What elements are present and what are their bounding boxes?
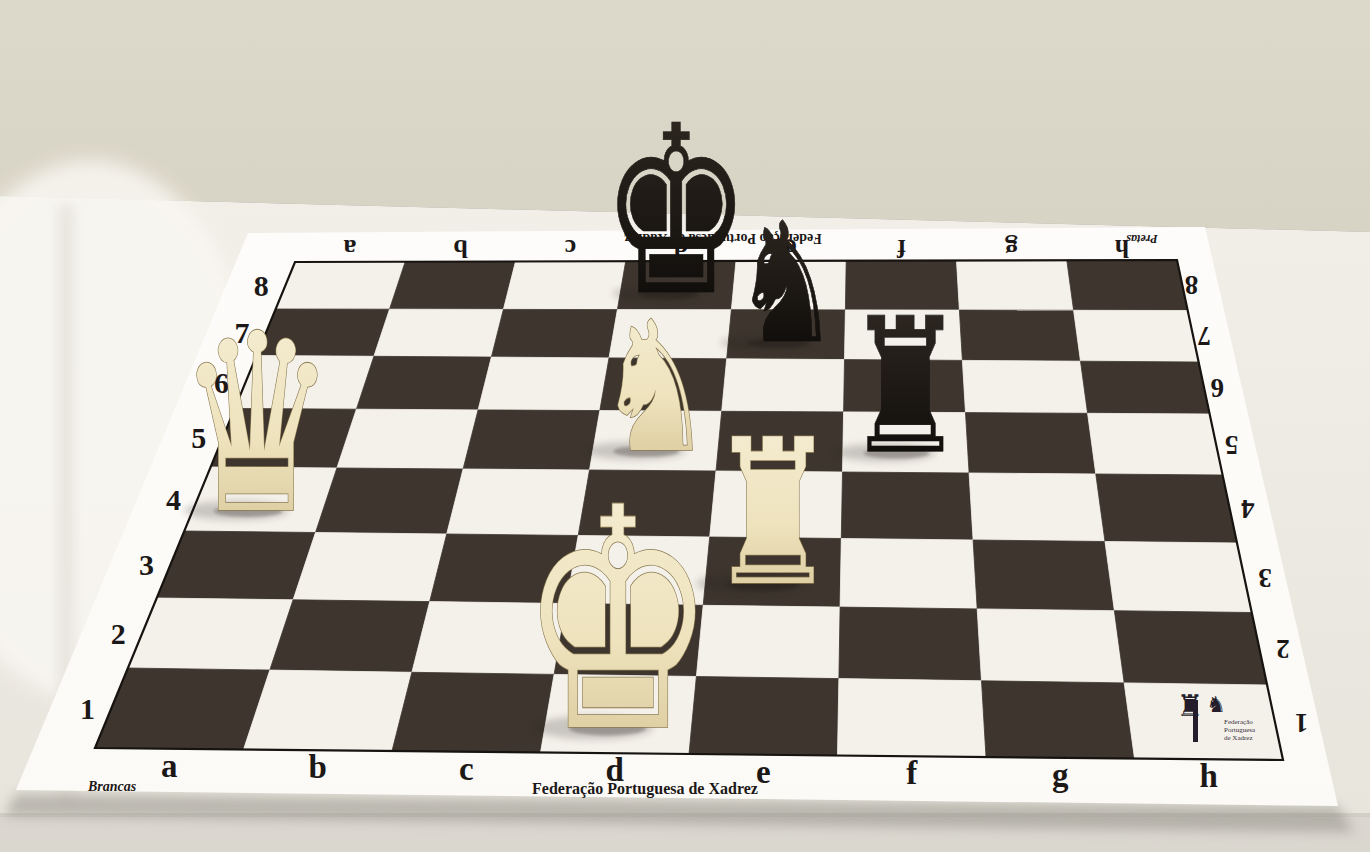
square-g6 [962, 360, 1087, 413]
square-b8 [390, 262, 516, 310]
square-h3 [1105, 542, 1252, 613]
square-b7 [374, 309, 504, 357]
white-king-glyph: ♚ [519, 443, 717, 799]
square-g1 [982, 681, 1135, 759]
square-h6 [1081, 361, 1210, 414]
fpx-logo-text-line: Federação [1224, 718, 1253, 726]
square-f3 [840, 539, 977, 609]
piece-white-king-d1: ♚ [519, 443, 717, 799]
rank-label-right-6: 6 [1211, 373, 1225, 403]
svg-text:♞: ♞ [1206, 692, 1226, 717]
square-h5 [1088, 413, 1223, 475]
square-g2 [977, 609, 1124, 683]
square-h2 [1114, 611, 1267, 685]
file-label-bottom-a: a [161, 748, 178, 784]
fpx-logo-text-line: Portuguesa [1224, 726, 1256, 734]
white-rook-glyph: ♜ [708, 396, 838, 630]
file-label-bottom-e: e [756, 754, 771, 790]
piece-white-queen-a4: ♛ [177, 280, 336, 568]
square-f1 [838, 679, 987, 757]
square-h7 [1074, 310, 1199, 362]
square-g4 [969, 473, 1105, 542]
square-g3 [973, 540, 1114, 611]
file-label-bottom-g: g [1052, 757, 1069, 793]
square-h4 [1096, 474, 1237, 543]
svg-text:♜: ♜ [1177, 688, 1204, 723]
file-label-top-f: f [897, 234, 906, 263]
file-label-top-a: a [344, 234, 357, 263]
file-label-top-b: b [453, 234, 467, 263]
pretas-label: Pretas [1126, 232, 1158, 246]
square-b5 [337, 409, 478, 469]
white-queen-glyph: ♛ [177, 280, 336, 568]
file-label-bottom-h: h [1200, 758, 1218, 794]
rank-label-right-3: 3 [1258, 563, 1272, 593]
fpx-logo-text-line: de Xadrez [1224, 734, 1253, 742]
rank-label-right-5: 5 [1225, 430, 1239, 460]
file-label-top-g: g [1005, 234, 1018, 263]
square-f2 [839, 607, 982, 681]
rank-label-right-4: 4 [1241, 494, 1255, 524]
brancas-label: Brancas [87, 779, 137, 794]
file-label-bottom-f: f [906, 755, 918, 791]
piece-black-knight-e7: ♞ [721, 188, 840, 381]
rank-label-right-8: 8 [1185, 270, 1199, 300]
rank-label-left-1: 1 [80, 692, 95, 725]
square-g7 [959, 310, 1080, 361]
square-c6 [478, 357, 609, 411]
rank-label-left-2: 2 [111, 617, 126, 650]
piece-black-rook-f5: ♜ [835, 279, 966, 495]
rank-label-right-2: 2 [1276, 634, 1290, 664]
file-label-top-c: c [565, 234, 577, 263]
piece-white-rook-e3: ♜ [696, 396, 838, 630]
black-knight-glyph: ♞ [733, 188, 840, 381]
board-photo-svg: aabbccddeeffgghh8877665544332211BrancasP… [0, 0, 1370, 852]
square-b1 [244, 670, 412, 751]
square-h8 [1067, 260, 1188, 311]
square-b6 [356, 356, 491, 410]
rank-label-right-1: 1 [1295, 708, 1309, 738]
black-rook-glyph: ♜ [845, 279, 965, 495]
square-g8 [957, 260, 1074, 310]
rank-label-right-7: 7 [1197, 321, 1211, 351]
square-b4 [316, 468, 464, 534]
square-g5 [966, 413, 1096, 474]
file-label-bottom-c: c [459, 751, 474, 787]
chess-photo-scene: aabbccddeeffgghh8877665544332211BrancasP… [0, 0, 1370, 852]
rank-label-left-3: 3 [139, 548, 154, 581]
square-h1 [1124, 683, 1283, 760]
file-label-bottom-b: b [309, 749, 327, 785]
square-b2 [270, 600, 430, 673]
